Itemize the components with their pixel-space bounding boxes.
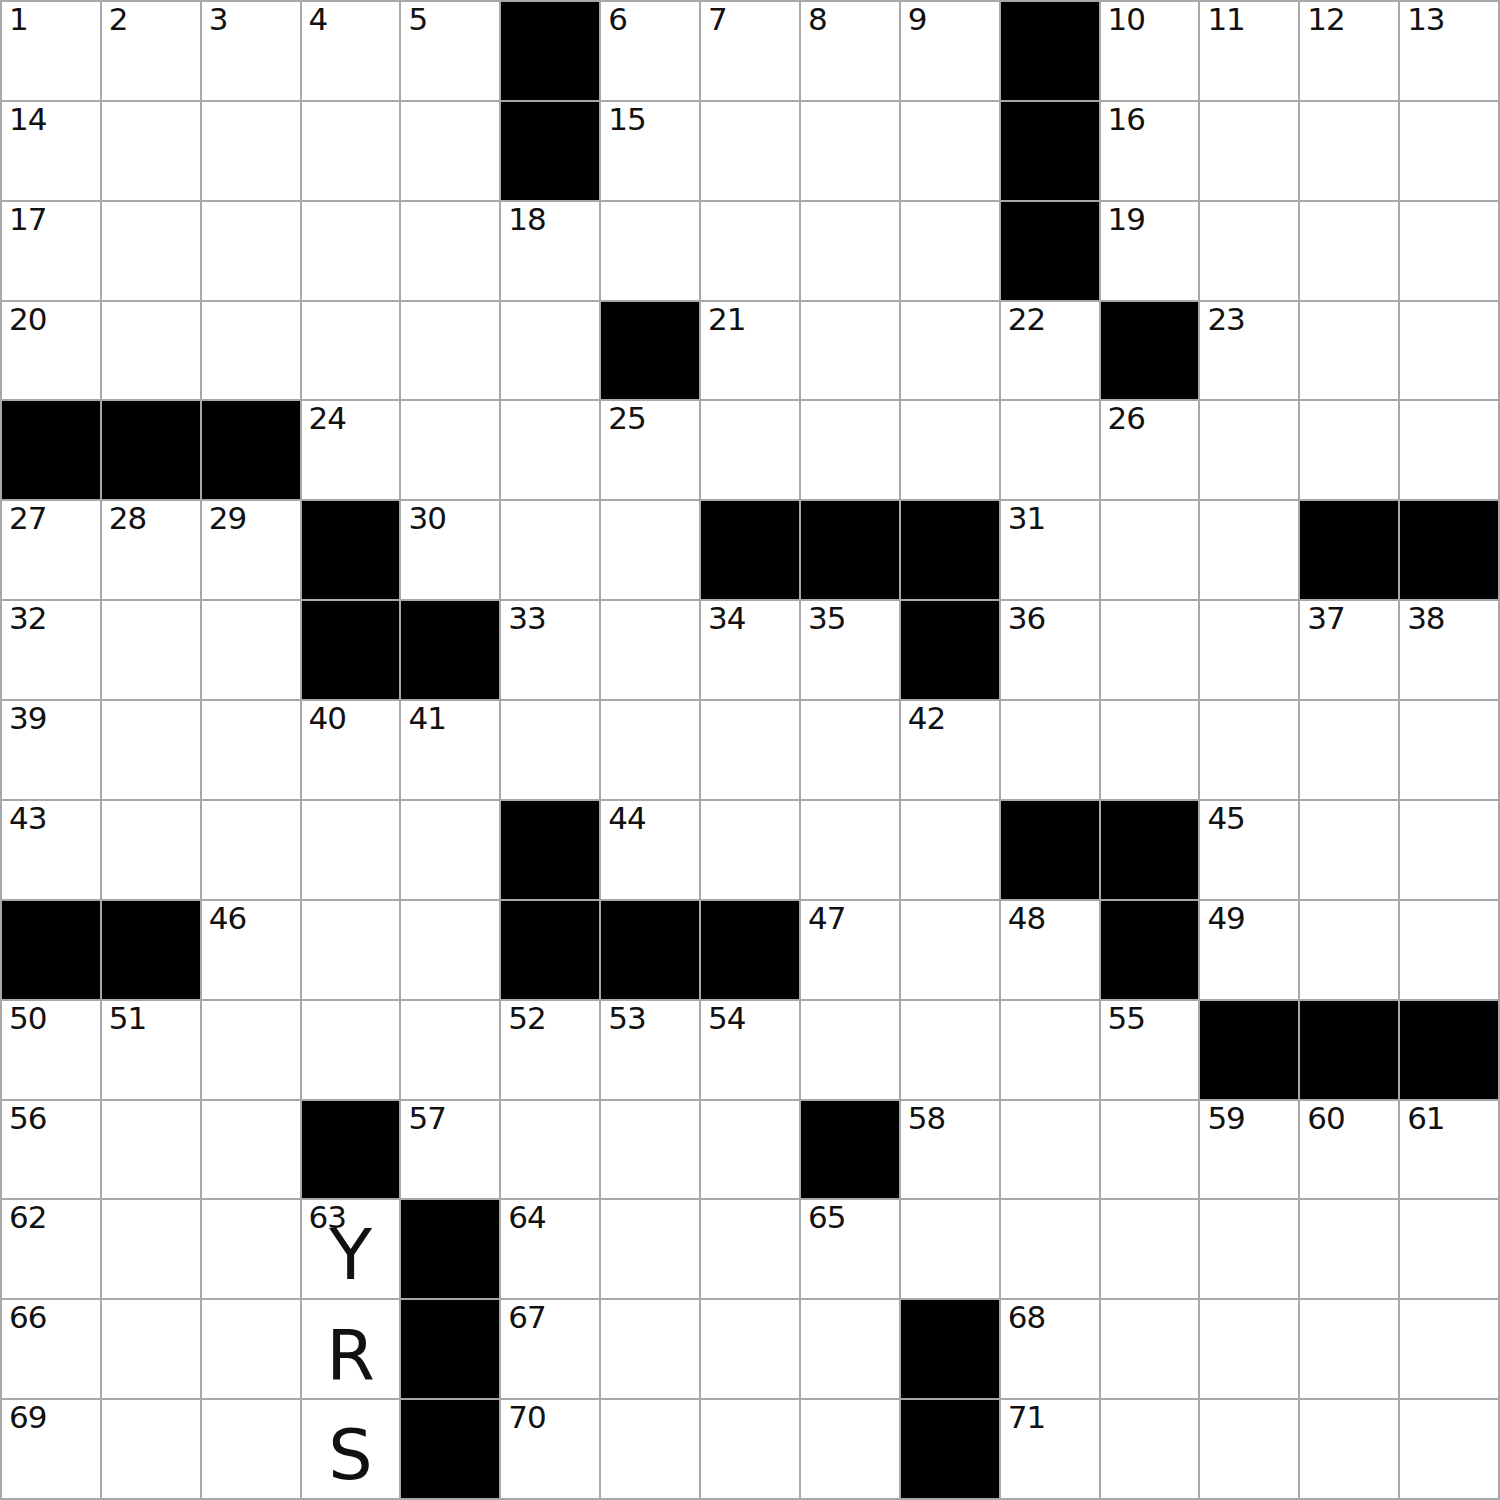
- cell-r13c12[interactable]: [1101, 1200, 1199, 1298]
- clue-number: 10: [1108, 3, 1145, 36]
- clue-number: 13: [1407, 3, 1444, 36]
- cell-r2c14[interactable]: [1300, 102, 1398, 200]
- cell-r2c12[interactable]: 16: [1101, 102, 1199, 200]
- cell-r10c11[interactable]: 48: [1001, 901, 1099, 999]
- cell-r3c12[interactable]: 19: [1101, 202, 1199, 300]
- clue-number: 56: [9, 1102, 46, 1135]
- cell-r2c4[interactable]: [302, 102, 400, 200]
- black-cell-r11c14: [1300, 1001, 1398, 1099]
- cell-r15c3[interactable]: [202, 1400, 300, 1498]
- cell-r12c2[interactable]: [102, 1101, 200, 1199]
- black-cell-r10c2: [102, 901, 200, 999]
- cell-r5c5[interactable]: [401, 401, 499, 499]
- cell-r11c6[interactable]: 52: [501, 1001, 599, 1099]
- cell-r15c15[interactable]: [1400, 1400, 1498, 1498]
- cell-r7c1[interactable]: 32: [2, 601, 100, 699]
- cell-r4c2[interactable]: [102, 302, 200, 400]
- cell-r2c3[interactable]: [202, 102, 300, 200]
- cell-r14c2[interactable]: [102, 1300, 200, 1398]
- cell-r6c1[interactable]: 27: [2, 501, 100, 599]
- clue-number: 67: [508, 1301, 545, 1334]
- clue-number: 23: [1207, 303, 1244, 336]
- cell-r5c4[interactable]: 24: [302, 401, 400, 499]
- cell-r10c15[interactable]: [1400, 901, 1498, 999]
- cell-r3c9[interactable]: [801, 202, 899, 300]
- cell-r13c4[interactable]: 63Y: [302, 1200, 400, 1298]
- black-cell-r9c12: [1101, 801, 1199, 899]
- cell-r13c10[interactable]: [901, 1200, 999, 1298]
- cell-r1c4[interactable]: 4: [302, 2, 400, 100]
- clue-number: 69: [9, 1401, 46, 1434]
- cell-r15c14[interactable]: [1300, 1400, 1398, 1498]
- clue-number: 41: [408, 702, 445, 735]
- cell-r13c11[interactable]: [1001, 1200, 1099, 1298]
- cell-r7c6[interactable]: 33: [501, 601, 599, 699]
- cell-r4c6[interactable]: [501, 302, 599, 400]
- clue-number: 14: [9, 103, 46, 136]
- black-cell-r2c6: [501, 102, 599, 200]
- clue-number: 2: [109, 3, 128, 36]
- cell-r6c7[interactable]: [601, 501, 699, 599]
- cell-r2c1[interactable]: 14: [2, 102, 100, 200]
- black-cell-r11c15: [1400, 1001, 1498, 1099]
- cell-r11c3[interactable]: [202, 1001, 300, 1099]
- cell-r7c12[interactable]: [1101, 601, 1199, 699]
- clue-number: 50: [9, 1002, 46, 1035]
- cell-r4c3[interactable]: [202, 302, 300, 400]
- cell-r4c1[interactable]: 20: [2, 302, 100, 400]
- black-cell-r1c11: [1001, 2, 1099, 100]
- cell-r9c1[interactable]: 43: [2, 801, 100, 899]
- cell-r11c7[interactable]: 53: [601, 1001, 699, 1099]
- cell-r12c1[interactable]: 56: [2, 1101, 100, 1199]
- clue-number: 28: [109, 502, 146, 535]
- cell-r13c15[interactable]: [1400, 1200, 1498, 1298]
- clue-number: 12: [1307, 3, 1344, 36]
- black-cell-r10c1: [2, 901, 100, 999]
- cell-r3c4[interactable]: [302, 202, 400, 300]
- cell-r4c4[interactable]: [302, 302, 400, 400]
- cell-r8c6[interactable]: [501, 701, 599, 799]
- clue-number: 42: [908, 702, 945, 735]
- cell-r14c4[interactable]: R: [302, 1300, 400, 1398]
- clue-number: 24: [309, 402, 346, 435]
- clue-number: 66: [9, 1301, 46, 1334]
- cell-r14c6[interactable]: 67: [501, 1300, 599, 1398]
- clue-number: 65: [808, 1201, 845, 1234]
- clue-number: 59: [1207, 1102, 1244, 1135]
- cell-r14c8[interactable]: [701, 1300, 799, 1398]
- clue-number: 71: [1008, 1401, 1045, 1434]
- cell-r3c1[interactable]: 17: [2, 202, 100, 300]
- cell-r13c1[interactable]: 62: [2, 1200, 100, 1298]
- clue-number: 5: [408, 3, 427, 36]
- cell-r12c14[interactable]: 60: [1300, 1101, 1398, 1199]
- clue-number: 6: [608, 3, 627, 36]
- clue-number: 61: [1407, 1102, 1444, 1135]
- cell-r1c1[interactable]: 1: [2, 2, 100, 100]
- cell-r8c11[interactable]: [1001, 701, 1099, 799]
- cell-r7c15[interactable]: 38: [1400, 601, 1498, 699]
- cell-r15c4[interactable]: S: [302, 1400, 400, 1498]
- cell-r8c7[interactable]: [601, 701, 699, 799]
- cell-r14c13[interactable]: [1200, 1300, 1298, 1398]
- black-cell-r6c10: [901, 501, 999, 599]
- clue-number: 38: [1407, 602, 1444, 635]
- cell-r13c6[interactable]: 64: [501, 1200, 599, 1298]
- cell-r10c4[interactable]: [302, 901, 400, 999]
- clue-number: 57: [408, 1102, 445, 1135]
- cell-r6c5[interactable]: 30: [401, 501, 499, 599]
- cell-r2c8[interactable]: [701, 102, 799, 200]
- cell-r9c9[interactable]: [801, 801, 899, 899]
- clue-number: 15: [608, 103, 645, 136]
- cell-r7c8[interactable]: 34: [701, 601, 799, 699]
- black-cell-r15c5: [401, 1400, 499, 1498]
- cell-r11c9[interactable]: [801, 1001, 899, 1099]
- clue-number: 47: [808, 902, 845, 935]
- black-cell-r7c5: [401, 601, 499, 699]
- cell-r9c8[interactable]: [701, 801, 799, 899]
- cell-r4c9[interactable]: [801, 302, 899, 400]
- clue-number: 21: [708, 303, 745, 336]
- cell-r2c15[interactable]: [1400, 102, 1498, 200]
- clue-number: 19: [1108, 203, 1145, 236]
- black-cell-r9c6: [501, 801, 599, 899]
- cell-r4c10[interactable]: [901, 302, 999, 400]
- clue-number: 49: [1207, 902, 1244, 935]
- cell-r15c9[interactable]: [801, 1400, 899, 1498]
- cell-r2c2[interactable]: [102, 102, 200, 200]
- black-cell-r7c10: [901, 601, 999, 699]
- clue-number: 40: [309, 702, 346, 735]
- cell-r8c15[interactable]: [1400, 701, 1498, 799]
- cell-r7c11[interactable]: 36: [1001, 601, 1099, 699]
- clue-number: 30: [408, 502, 445, 535]
- cell-r11c2[interactable]: 51: [102, 1001, 200, 1099]
- cell-r4c11[interactable]: 22: [1001, 302, 1099, 400]
- cell-r2c13[interactable]: [1200, 102, 1298, 200]
- cell-r1c7[interactable]: 6: [601, 2, 699, 100]
- cell-r7c7[interactable]: [601, 601, 699, 699]
- cell-r14c14[interactable]: [1300, 1300, 1398, 1398]
- clue-number: 4: [309, 3, 328, 36]
- clue-number: 36: [1008, 602, 1045, 635]
- cell-r11c1[interactable]: 50: [2, 1001, 100, 1099]
- cell-r5c14[interactable]: [1300, 401, 1398, 499]
- clue-number: 43: [9, 802, 46, 835]
- black-cell-r4c12: [1101, 302, 1199, 400]
- clue-number: 70: [508, 1401, 545, 1434]
- cell-r8c9[interactable]: [801, 701, 899, 799]
- cell-r3c3[interactable]: [202, 202, 300, 300]
- black-cell-r15c10: [901, 1400, 999, 1498]
- clue-number: 31: [1008, 502, 1045, 535]
- cell-r12c6[interactable]: [501, 1101, 599, 1199]
- clue-number: 7: [708, 3, 727, 36]
- cell-r13c8[interactable]: [701, 1200, 799, 1298]
- black-cell-r2c11: [1001, 102, 1099, 200]
- cell-r9c5[interactable]: [401, 801, 499, 899]
- cell-r1c9[interactable]: 8: [801, 2, 899, 100]
- cell-r10c13[interactable]: 49: [1200, 901, 1298, 999]
- black-cell-r6c9: [801, 501, 899, 599]
- cell-r8c5[interactable]: 41: [401, 701, 499, 799]
- cell-r1c5[interactable]: 5: [401, 2, 499, 100]
- cell-r14c15[interactable]: [1400, 1300, 1498, 1398]
- black-cell-r12c4: [302, 1101, 400, 1199]
- clue-number: 8: [808, 3, 827, 36]
- cell-r2c10[interactable]: [901, 102, 999, 200]
- cell-r5c6[interactable]: [501, 401, 599, 499]
- cell-r9c13[interactable]: 45: [1200, 801, 1298, 899]
- cell-r10c3[interactable]: 46: [202, 901, 300, 999]
- cell-r3c14[interactable]: [1300, 202, 1398, 300]
- black-cell-r6c14: [1300, 501, 1398, 599]
- black-cell-r1c6: [501, 2, 599, 100]
- cell-r9c2[interactable]: [102, 801, 200, 899]
- black-cell-r5c2: [102, 401, 200, 499]
- black-cell-r10c12: [1101, 901, 1199, 999]
- cell-r14c7[interactable]: [601, 1300, 699, 1398]
- clue-number: 29: [209, 502, 246, 535]
- cell-r15c8[interactable]: [701, 1400, 799, 1498]
- cell-r9c7[interactable]: 44: [601, 801, 699, 899]
- clue-number: 52: [508, 1002, 545, 1035]
- clue-number: 32: [9, 602, 46, 635]
- cell-r14c11[interactable]: 68: [1001, 1300, 1099, 1398]
- black-cell-r14c10: [901, 1300, 999, 1398]
- cell-r4c15[interactable]: [1400, 302, 1498, 400]
- cell-r12c12[interactable]: [1101, 1101, 1199, 1199]
- cell-r8c12[interactable]: [1101, 701, 1199, 799]
- cell-r8c10[interactable]: 42: [901, 701, 999, 799]
- cell-r12c10[interactable]: 58: [901, 1101, 999, 1199]
- clue-number: 16: [1108, 103, 1145, 136]
- clue-number: 39: [9, 702, 46, 735]
- cell-r2c5[interactable]: [401, 102, 499, 200]
- cell-r5c8[interactable]: [701, 401, 799, 499]
- black-cell-r6c15: [1400, 501, 1498, 599]
- black-cell-r7c4: [302, 601, 400, 699]
- cell-r15c1[interactable]: 69: [2, 1400, 100, 1498]
- cell-r5c7[interactable]: 25: [601, 401, 699, 499]
- clue-number: 62: [9, 1201, 46, 1234]
- cell-r2c9[interactable]: [801, 102, 899, 200]
- black-cell-r3c11: [1001, 202, 1099, 300]
- cell-r6c6[interactable]: [501, 501, 599, 599]
- clue-number: 25: [608, 402, 645, 435]
- cell-r3c15[interactable]: [1400, 202, 1498, 300]
- cell-r12c5[interactable]: 57: [401, 1101, 499, 1199]
- cell-r6c11[interactable]: 31: [1001, 501, 1099, 599]
- cell-r6c2[interactable]: 28: [102, 501, 200, 599]
- cell-r12c3[interactable]: [202, 1101, 300, 1199]
- cell-r8c2[interactable]: [102, 701, 200, 799]
- cell-r3c8[interactable]: [701, 202, 799, 300]
- cell-r5c13[interactable]: [1200, 401, 1298, 499]
- cell-r11c5[interactable]: [401, 1001, 499, 1099]
- cell-r12c7[interactable]: [601, 1101, 699, 1199]
- cell-r7c3[interactable]: [202, 601, 300, 699]
- black-cell-r14c5: [401, 1300, 499, 1398]
- clue-number: 46: [209, 902, 246, 935]
- cell-r6c13[interactable]: [1200, 501, 1298, 599]
- clue-number: 58: [908, 1102, 945, 1135]
- cell-r13c2[interactable]: [102, 1200, 200, 1298]
- black-cell-r10c6: [501, 901, 599, 999]
- cell-r7c2[interactable]: [102, 601, 200, 699]
- clue-number: 3: [209, 3, 228, 36]
- cell-r15c13[interactable]: [1200, 1400, 1298, 1498]
- black-cell-r4c7: [601, 302, 699, 400]
- cell-r14c12[interactable]: [1101, 1300, 1199, 1398]
- cell-r8c4[interactable]: 40: [302, 701, 400, 799]
- clue-number: 17: [9, 203, 46, 236]
- cell-r8c8[interactable]: [701, 701, 799, 799]
- cell-r14c1[interactable]: 66: [2, 1300, 100, 1398]
- cell-r13c3[interactable]: [202, 1200, 300, 1298]
- cell-r4c14[interactable]: [1300, 302, 1398, 400]
- cell-r8c14[interactable]: [1300, 701, 1398, 799]
- cell-r6c3[interactable]: 29: [202, 501, 300, 599]
- cell-r14c3[interactable]: [202, 1300, 300, 1398]
- fill-letter: Y: [302, 1200, 400, 1298]
- clue-number: 11: [1207, 3, 1244, 36]
- cell-r15c2[interactable]: [102, 1400, 200, 1498]
- cell-r8c13[interactable]: [1200, 701, 1298, 799]
- cell-r4c8[interactable]: 21: [701, 302, 799, 400]
- cell-r11c12[interactable]: 55: [1101, 1001, 1199, 1099]
- cell-r10c9[interactable]: 47: [801, 901, 899, 999]
- cell-r7c13[interactable]: [1200, 601, 1298, 699]
- cell-r13c9[interactable]: 65: [801, 1200, 899, 1298]
- fill-letter: R: [302, 1300, 400, 1398]
- cell-r12c13[interactable]: 59: [1200, 1101, 1298, 1199]
- cell-r3c13[interactable]: [1200, 202, 1298, 300]
- cell-r10c14[interactable]: [1300, 901, 1398, 999]
- black-cell-r5c3: [202, 401, 300, 499]
- cell-r12c11[interactable]: [1001, 1101, 1099, 1199]
- clue-number: 22: [1008, 303, 1045, 336]
- clue-number: 53: [608, 1002, 645, 1035]
- cell-r1c12[interactable]: 10: [1101, 2, 1199, 100]
- cell-r1c10[interactable]: 9: [901, 2, 999, 100]
- cell-r13c7[interactable]: [601, 1200, 699, 1298]
- black-cell-r9c11: [1001, 801, 1099, 899]
- clue-number: 27: [9, 502, 46, 535]
- cell-r13c14[interactable]: [1300, 1200, 1398, 1298]
- clue-number: 64: [508, 1201, 545, 1234]
- cell-r9c3[interactable]: [202, 801, 300, 899]
- crossword-grid: 1234567891011121314151617181920212223242…: [0, 0, 1500, 1500]
- clue-number: 51: [109, 1002, 146, 1035]
- clue-number: 26: [1108, 402, 1145, 435]
- black-cell-r12c9: [801, 1101, 899, 1199]
- cell-r1c14[interactable]: 12: [1300, 2, 1398, 100]
- cell-r2c7[interactable]: 15: [601, 102, 699, 200]
- clue-number: 48: [1008, 902, 1045, 935]
- cell-r9c10[interactable]: [901, 801, 999, 899]
- cell-r4c5[interactable]: [401, 302, 499, 400]
- cell-r11c8[interactable]: 54: [701, 1001, 799, 1099]
- cell-r1c15[interactable]: 13: [1400, 2, 1498, 100]
- clue-number: 45: [1207, 802, 1244, 835]
- cell-r8c1[interactable]: 39: [2, 701, 100, 799]
- cell-r11c11[interactable]: [1001, 1001, 1099, 1099]
- cell-r3c10[interactable]: [901, 202, 999, 300]
- cell-r5c11[interactable]: [1001, 401, 1099, 499]
- cell-r7c14[interactable]: 37: [1300, 601, 1398, 699]
- clue-number: 35: [808, 602, 845, 635]
- cell-r15c12[interactable]: [1101, 1400, 1199, 1498]
- cell-r11c10[interactable]: [901, 1001, 999, 1099]
- cell-r5c12[interactable]: 26: [1101, 401, 1199, 499]
- clue-number: 1: [9, 3, 28, 36]
- cell-r1c2[interactable]: 2: [102, 2, 200, 100]
- clue-number: 34: [708, 602, 745, 635]
- clue-number: 60: [1307, 1102, 1344, 1135]
- clue-number: 55: [1108, 1002, 1145, 1035]
- fill-letter: S: [302, 1400, 400, 1498]
- clue-number: 37: [1307, 602, 1344, 635]
- cell-r7c9[interactable]: 35: [801, 601, 899, 699]
- cell-r15c11[interactable]: 71: [1001, 1400, 1099, 1498]
- cell-r1c13[interactable]: 11: [1200, 2, 1298, 100]
- clue-number: 68: [1008, 1301, 1045, 1334]
- cell-r6c12[interactable]: [1101, 501, 1199, 599]
- cell-r3c2[interactable]: [102, 202, 200, 300]
- cell-r9c15[interactable]: [1400, 801, 1498, 899]
- black-cell-r10c8: [701, 901, 799, 999]
- clue-number: 33: [508, 602, 545, 635]
- clue-number: 18: [508, 203, 545, 236]
- cell-r3c5[interactable]: [401, 202, 499, 300]
- cell-r10c5[interactable]: [401, 901, 499, 999]
- cell-r3c7[interactable]: [601, 202, 699, 300]
- clue-number: 20: [9, 303, 46, 336]
- cell-r12c15[interactable]: 61: [1400, 1101, 1498, 1199]
- cell-r15c6[interactable]: 70: [501, 1400, 599, 1498]
- cell-r11c4[interactable]: [302, 1001, 400, 1099]
- cell-r9c4[interactable]: [302, 801, 400, 899]
- cell-r8c3[interactable]: [202, 701, 300, 799]
- black-cell-r6c8: [701, 501, 799, 599]
- cell-r3c6[interactable]: 18: [501, 202, 599, 300]
- cell-r1c8[interactable]: 7: [701, 2, 799, 100]
- black-cell-r10c7: [601, 901, 699, 999]
- cell-r12c8[interactable]: [701, 1101, 799, 1199]
- cell-r1c3[interactable]: 3: [202, 2, 300, 100]
- cell-r15c7[interactable]: [601, 1400, 699, 1498]
- clue-number: 54: [708, 1002, 745, 1035]
- black-cell-r6c4: [302, 501, 400, 599]
- cell-r14c9[interactable]: [801, 1300, 899, 1398]
- cell-r13c13[interactable]: [1200, 1200, 1298, 1298]
- cell-r4c13[interactable]: 23: [1200, 302, 1298, 400]
- black-cell-r11c13: [1200, 1001, 1298, 1099]
- black-cell-r5c1: [2, 401, 100, 499]
- cell-r5c15[interactable]: [1400, 401, 1498, 499]
- cell-r9c14[interactable]: [1300, 801, 1398, 899]
- cell-r10c10[interactable]: [901, 901, 999, 999]
- clue-number: 44: [608, 802, 645, 835]
- clue-number: 9: [908, 3, 927, 36]
- cell-r5c9[interactable]: [801, 401, 899, 499]
- cell-r5c10[interactable]: [901, 401, 999, 499]
- black-cell-r13c5: [401, 1200, 499, 1298]
